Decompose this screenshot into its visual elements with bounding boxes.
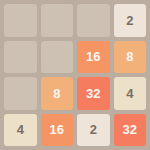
tile-32: 32	[77, 77, 110, 110]
tile-8: 8	[41, 77, 74, 110]
empty-cell	[4, 4, 37, 37]
empty-cell	[4, 77, 37, 110]
tile-2: 2	[77, 114, 110, 147]
tile-2: 2	[114, 4, 147, 37]
tile-16: 16	[77, 41, 110, 74]
tile-16: 16	[41, 114, 74, 147]
empty-cell	[41, 41, 74, 74]
tile-32: 32	[114, 114, 147, 147]
2048-board: 21688324416232	[0, 0, 150, 150]
empty-cell	[4, 41, 37, 74]
tile-4: 4	[114, 77, 147, 110]
tile-4: 4	[4, 114, 37, 147]
empty-cell	[77, 4, 110, 37]
tile-8: 8	[114, 41, 147, 74]
empty-cell	[41, 4, 74, 37]
